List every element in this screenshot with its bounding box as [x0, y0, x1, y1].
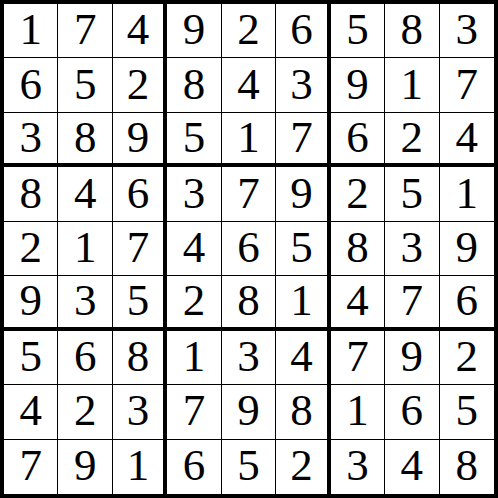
cell-r8c1[interactable]: 4	[4, 385, 58, 439]
digit: 5	[290, 225, 313, 270]
digit: 7	[456, 62, 479, 107]
digit: 6	[401, 388, 424, 433]
cell-r7c8[interactable]: 9	[385, 331, 439, 385]
digit: 8	[74, 115, 97, 160]
digit: 5	[19, 334, 42, 379]
digit: 3	[127, 388, 150, 433]
digit: 7	[290, 115, 313, 160]
digit: 5	[346, 7, 369, 52]
cell-r8c4[interactable]: 7	[167, 385, 221, 439]
cell-r4c5[interactable]: 7	[222, 167, 276, 221]
cell-r5c9[interactable]: 9	[440, 222, 494, 276]
digit: 3	[74, 278, 97, 323]
digit: 9	[237, 388, 260, 433]
cell-r3c3[interactable]: 9	[113, 113, 167, 167]
digit: 6	[346, 115, 369, 160]
digit: 3	[237, 334, 260, 379]
digit: 2	[290, 443, 313, 488]
digit: 9	[183, 7, 206, 52]
digit: 7	[401, 278, 424, 323]
cell-r5c6[interactable]: 5	[276, 222, 330, 276]
cell-r7c3[interactable]: 8	[113, 331, 167, 385]
digit: 9	[456, 225, 479, 270]
cell-r9c1[interactable]: 7	[4, 440, 58, 494]
cell-r9c3[interactable]: 1	[113, 440, 167, 494]
cell-r5c7[interactable]: 8	[331, 222, 385, 276]
digit: 2	[74, 388, 97, 433]
digit: 4	[346, 278, 369, 323]
digit: 4	[183, 225, 206, 270]
cell-r8c5[interactable]: 9	[222, 385, 276, 439]
cell-r6c1[interactable]: 9	[4, 276, 58, 330]
digit: 9	[346, 62, 369, 107]
cell-r8c7[interactable]: 1	[331, 385, 385, 439]
digit: 7	[74, 7, 97, 52]
sudoku-page: 1749265836528439173895176248463792512174…	[0, 0, 498, 498]
digit: 5	[456, 388, 479, 433]
digit: 5	[183, 115, 206, 160]
cell-r9c6[interactable]: 2	[276, 440, 330, 494]
digit: 3	[290, 62, 313, 107]
digit: 8	[456, 443, 479, 488]
digit: 9	[290, 171, 313, 216]
cell-r2c5[interactable]: 4	[222, 58, 276, 112]
cell-r7c9[interactable]: 2	[440, 331, 494, 385]
digit: 8	[290, 388, 313, 433]
digit: 1	[74, 225, 97, 270]
digit: 9	[74, 443, 97, 488]
cell-r2c8[interactable]: 1	[385, 58, 439, 112]
digit: 9	[401, 334, 424, 379]
cell-r1c3[interactable]: 4	[113, 4, 167, 58]
cell-r9c2[interactable]: 9	[58, 440, 112, 494]
cell-r2c4[interactable]: 8	[167, 58, 221, 112]
digit: 4	[401, 443, 424, 488]
digit: 6	[74, 334, 97, 379]
cell-r1c7[interactable]: 5	[331, 4, 385, 58]
digit: 6	[183, 443, 206, 488]
sudoku-board: 1749265836528439173895176248463792512174…	[0, 0, 498, 498]
digit: 7	[127, 225, 150, 270]
cell-r3c5[interactable]: 1	[222, 113, 276, 167]
digit: 1	[183, 334, 206, 379]
cell-r6c6[interactable]: 1	[276, 276, 330, 330]
cell-r8c6[interactable]: 8	[276, 385, 330, 439]
cell-r6c4[interactable]: 2	[167, 276, 221, 330]
cell-r3c6[interactable]: 7	[276, 113, 330, 167]
cell-r4c4[interactable]: 3	[167, 167, 221, 221]
cell-r9c9[interactable]: 8	[440, 440, 494, 494]
digit: 8	[19, 171, 42, 216]
digit: 7	[19, 443, 42, 488]
cell-r2c2[interactable]: 5	[58, 58, 112, 112]
cell-r1c4[interactable]: 9	[167, 4, 221, 58]
cell-r5c4[interactable]: 4	[167, 222, 221, 276]
cell-r6c2[interactable]: 3	[58, 276, 112, 330]
digit: 1	[290, 278, 313, 323]
cell-r5c8[interactable]: 3	[385, 222, 439, 276]
digit: 4	[74, 171, 97, 216]
digit: 1	[346, 388, 369, 433]
cell-r4c8[interactable]: 5	[385, 167, 439, 221]
cell-r9c5[interactable]: 5	[222, 440, 276, 494]
digit: 5	[237, 443, 260, 488]
digit: 2	[183, 278, 206, 323]
cell-r2c1[interactable]: 6	[4, 58, 58, 112]
cell-r4c2[interactable]: 4	[58, 167, 112, 221]
cell-r4c7[interactable]: 2	[331, 167, 385, 221]
cell-r1c9[interactable]: 3	[440, 4, 494, 58]
cell-r4c9[interactable]: 1	[440, 167, 494, 221]
digit: 8	[401, 7, 424, 52]
digit: 2	[401, 115, 424, 160]
cell-r9c7[interactable]: 3	[331, 440, 385, 494]
digit: 1	[127, 443, 150, 488]
cell-r6c3[interactable]: 5	[113, 276, 167, 330]
cell-r4c1[interactable]: 8	[4, 167, 58, 221]
cell-r3c1[interactable]: 3	[4, 113, 58, 167]
digit: 2	[19, 225, 42, 270]
cell-r7c6[interactable]: 4	[276, 331, 330, 385]
cell-r9c8[interactable]: 4	[385, 440, 439, 494]
digit: 4	[19, 388, 42, 433]
cell-r6c7[interactable]: 4	[331, 276, 385, 330]
cell-r3c7[interactable]: 6	[331, 113, 385, 167]
digit: 8	[346, 225, 369, 270]
cell-r3c2[interactable]: 8	[58, 113, 112, 167]
digit: 4	[290, 334, 313, 379]
digit: 4	[456, 115, 479, 160]
digit: 3	[456, 7, 479, 52]
digit: 5	[127, 278, 150, 323]
cell-r7c4[interactable]: 1	[167, 331, 221, 385]
cell-r6c8[interactable]: 7	[385, 276, 439, 330]
digit: 6	[456, 278, 479, 323]
cell-r5c3[interactable]: 7	[113, 222, 167, 276]
cell-r4c6[interactable]: 9	[276, 167, 330, 221]
digit: 1	[456, 171, 479, 216]
digit: 4	[127, 7, 150, 52]
digit: 9	[127, 115, 150, 160]
digit: 8	[183, 62, 206, 107]
digit: 7	[346, 334, 369, 379]
digit: 8	[127, 334, 150, 379]
cell-r7c2[interactable]: 6	[58, 331, 112, 385]
digit: 1	[401, 62, 424, 107]
cell-r7c5[interactable]: 3	[222, 331, 276, 385]
cell-r7c7[interactable]: 7	[331, 331, 385, 385]
digit: 7	[237, 171, 260, 216]
cell-r1c8[interactable]: 8	[385, 4, 439, 58]
digit: 2	[237, 7, 260, 52]
digit: 1	[19, 7, 42, 52]
cell-r8c2[interactable]: 2	[58, 385, 112, 439]
digit: 3	[19, 115, 42, 160]
cell-r3c4[interactable]: 5	[167, 113, 221, 167]
digit: 2	[346, 171, 369, 216]
cell-r2c6[interactable]: 3	[276, 58, 330, 112]
cell-r6c5[interactable]: 8	[222, 276, 276, 330]
digit: 6	[19, 62, 42, 107]
digit: 6	[127, 171, 150, 216]
digit: 5	[401, 171, 424, 216]
cell-r3c8[interactable]: 2	[385, 113, 439, 167]
cell-r7c1[interactable]: 5	[4, 331, 58, 385]
cell-r1c5[interactable]: 2	[222, 4, 276, 58]
cell-r6c9[interactable]: 6	[440, 276, 494, 330]
cell-r5c2[interactable]: 1	[58, 222, 112, 276]
digit: 6	[290, 7, 313, 52]
digit: 6	[237, 225, 260, 270]
digit: 3	[183, 171, 206, 216]
cell-r1c6[interactable]: 6	[276, 4, 330, 58]
cell-r2c7[interactable]: 9	[331, 58, 385, 112]
cell-r8c8[interactable]: 6	[385, 385, 439, 439]
digit: 4	[237, 62, 260, 107]
digit: 7	[183, 388, 206, 433]
digit: 3	[401, 225, 424, 270]
cell-r9c4[interactable]: 6	[167, 440, 221, 494]
digit: 5	[74, 62, 97, 107]
digit: 3	[346, 443, 369, 488]
digit: 2	[127, 62, 150, 107]
digit: 8	[237, 278, 260, 323]
cell-r5c5[interactable]: 6	[222, 222, 276, 276]
cell-r5c1[interactable]: 2	[4, 222, 58, 276]
cell-r8c9[interactable]: 5	[440, 385, 494, 439]
digit: 9	[19, 278, 42, 323]
cell-r4c3[interactable]: 6	[113, 167, 167, 221]
cell-r2c9[interactable]: 7	[440, 58, 494, 112]
cell-r1c2[interactable]: 7	[58, 4, 112, 58]
cell-r1c1[interactable]: 1	[4, 4, 58, 58]
cell-r8c3[interactable]: 3	[113, 385, 167, 439]
cell-r2c3[interactable]: 2	[113, 58, 167, 112]
cell-r3c9[interactable]: 4	[440, 113, 494, 167]
digit: 2	[456, 334, 479, 379]
digit: 1	[237, 115, 260, 160]
